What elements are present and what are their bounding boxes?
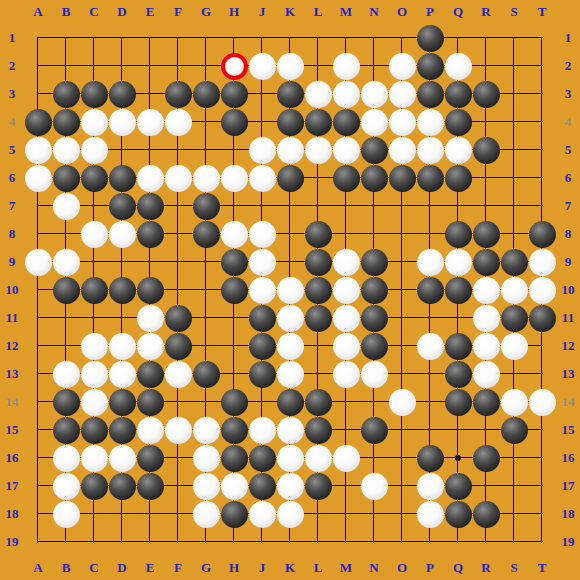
- intersection-O3[interactable]: [388, 80, 416, 108]
- intersection-B10[interactable]: [52, 276, 80, 304]
- intersection-E8[interactable]: [136, 220, 164, 248]
- intersection-K14[interactable]: [276, 388, 304, 416]
- intersection-H1[interactable]: [220, 24, 248, 52]
- intersection-T19[interactable]: [528, 528, 556, 556]
- intersection-S16[interactable]: [500, 444, 528, 472]
- intersection-M19[interactable]: [332, 528, 360, 556]
- intersection-A10[interactable]: [24, 276, 52, 304]
- intersection-M4[interactable]: [332, 108, 360, 136]
- intersection-F2[interactable]: [164, 52, 192, 80]
- intersection-G4[interactable]: [192, 108, 220, 136]
- intersection-G10[interactable]: [192, 276, 220, 304]
- intersection-J5[interactable]: [248, 136, 276, 164]
- intersection-Q12[interactable]: [444, 332, 472, 360]
- intersection-M1[interactable]: [332, 24, 360, 52]
- intersection-D10[interactable]: [108, 276, 136, 304]
- intersection-Q4[interactable]: [444, 108, 472, 136]
- intersection-E1[interactable]: [136, 24, 164, 52]
- intersection-C10[interactable]: [80, 276, 108, 304]
- intersection-P3[interactable]: [416, 80, 444, 108]
- intersection-S15[interactable]: [500, 416, 528, 444]
- intersection-C6[interactable]: [80, 164, 108, 192]
- intersection-H12[interactable]: [220, 332, 248, 360]
- intersection-A2[interactable]: [24, 52, 52, 80]
- intersection-N12[interactable]: [360, 332, 388, 360]
- intersection-S11[interactable]: [500, 304, 528, 332]
- intersection-N9[interactable]: [360, 248, 388, 276]
- intersection-M13[interactable]: [332, 360, 360, 388]
- intersection-T15[interactable]: [528, 416, 556, 444]
- intersection-N1[interactable]: [360, 24, 388, 52]
- intersection-B9[interactable]: [52, 248, 80, 276]
- intersection-L13[interactable]: [304, 360, 332, 388]
- intersection-Q5[interactable]: [444, 136, 472, 164]
- intersection-K9[interactable]: [276, 248, 304, 276]
- intersection-M7[interactable]: [332, 192, 360, 220]
- intersection-N3[interactable]: [360, 80, 388, 108]
- intersection-O1[interactable]: [388, 24, 416, 52]
- intersection-M17[interactable]: [332, 472, 360, 500]
- intersection-F6[interactable]: [164, 164, 192, 192]
- intersection-A13[interactable]: [24, 360, 52, 388]
- intersection-L2[interactable]: [304, 52, 332, 80]
- intersection-H7[interactable]: [220, 192, 248, 220]
- intersection-H4[interactable]: [220, 108, 248, 136]
- intersection-D17[interactable]: [108, 472, 136, 500]
- intersection-K12[interactable]: [276, 332, 304, 360]
- intersection-G5[interactable]: [192, 136, 220, 164]
- intersection-G11[interactable]: [192, 304, 220, 332]
- intersection-L16[interactable]: [304, 444, 332, 472]
- intersection-E17[interactable]: [136, 472, 164, 500]
- intersection-J16[interactable]: [248, 444, 276, 472]
- intersection-O6[interactable]: [388, 164, 416, 192]
- intersection-D14[interactable]: [108, 388, 136, 416]
- intersection-R13[interactable]: [472, 360, 500, 388]
- intersection-T7[interactable]: [528, 192, 556, 220]
- intersection-C15[interactable]: [80, 416, 108, 444]
- intersection-O2[interactable]: [388, 52, 416, 80]
- intersection-L7[interactable]: [304, 192, 332, 220]
- intersection-A11[interactable]: [24, 304, 52, 332]
- intersection-E11[interactable]: [136, 304, 164, 332]
- intersection-R6[interactable]: [472, 164, 500, 192]
- intersection-E16[interactable]: [136, 444, 164, 472]
- intersection-R11[interactable]: [472, 304, 500, 332]
- intersection-K15[interactable]: [276, 416, 304, 444]
- intersection-C12[interactable]: [80, 332, 108, 360]
- intersection-O17[interactable]: [388, 472, 416, 500]
- intersection-L10[interactable]: [304, 276, 332, 304]
- intersection-O18[interactable]: [388, 500, 416, 528]
- intersection-L15[interactable]: [304, 416, 332, 444]
- intersection-G1[interactable]: [192, 24, 220, 52]
- intersection-R17[interactable]: [472, 472, 500, 500]
- intersection-O12[interactable]: [388, 332, 416, 360]
- intersection-R2[interactable]: [472, 52, 500, 80]
- intersection-M9[interactable]: [332, 248, 360, 276]
- intersection-F19[interactable]: [164, 528, 192, 556]
- intersection-K5[interactable]: [276, 136, 304, 164]
- intersection-F7[interactable]: [164, 192, 192, 220]
- intersection-R18[interactable]: [472, 500, 500, 528]
- intersection-Q9[interactable]: [444, 248, 472, 276]
- intersection-F9[interactable]: [164, 248, 192, 276]
- intersection-T12[interactable]: [528, 332, 556, 360]
- intersection-F5[interactable]: [164, 136, 192, 164]
- intersection-G9[interactable]: [192, 248, 220, 276]
- intersection-B2[interactable]: [52, 52, 80, 80]
- intersection-A3[interactable]: [24, 80, 52, 108]
- intersection-L18[interactable]: [304, 500, 332, 528]
- intersection-C5[interactable]: [80, 136, 108, 164]
- intersection-H15[interactable]: [220, 416, 248, 444]
- intersection-K17[interactable]: [276, 472, 304, 500]
- intersection-Q11[interactable]: [444, 304, 472, 332]
- intersection-P11[interactable]: [416, 304, 444, 332]
- intersection-J18[interactable]: [248, 500, 276, 528]
- intersection-B6[interactable]: [52, 164, 80, 192]
- intersection-J11[interactable]: [248, 304, 276, 332]
- intersection-A16[interactable]: [24, 444, 52, 472]
- intersection-B13[interactable]: [52, 360, 80, 388]
- intersection-P4[interactable]: [416, 108, 444, 136]
- intersection-M12[interactable]: [332, 332, 360, 360]
- intersection-M18[interactable]: [332, 500, 360, 528]
- intersection-Q6[interactable]: [444, 164, 472, 192]
- intersection-S19[interactable]: [500, 528, 528, 556]
- intersection-K18[interactable]: [276, 500, 304, 528]
- intersection-F14[interactable]: [164, 388, 192, 416]
- intersection-J2[interactable]: [248, 52, 276, 80]
- intersection-S14[interactable]: [500, 388, 528, 416]
- intersection-P9[interactable]: [416, 248, 444, 276]
- intersection-T10[interactable]: [528, 276, 556, 304]
- intersection-R9[interactable]: [472, 248, 500, 276]
- intersection-H2[interactable]: [220, 52, 248, 80]
- intersection-N15[interactable]: [360, 416, 388, 444]
- intersection-P15[interactable]: [416, 416, 444, 444]
- intersection-G18[interactable]: [192, 500, 220, 528]
- intersection-K16[interactable]: [276, 444, 304, 472]
- intersection-L17[interactable]: [304, 472, 332, 500]
- intersection-L1[interactable]: [304, 24, 332, 52]
- intersection-B18[interactable]: [52, 500, 80, 528]
- intersection-C11[interactable]: [80, 304, 108, 332]
- intersection-H18[interactable]: [220, 500, 248, 528]
- intersection-L8[interactable]: [304, 220, 332, 248]
- intersection-D8[interactable]: [108, 220, 136, 248]
- intersection-B17[interactable]: [52, 472, 80, 500]
- intersection-D4[interactable]: [108, 108, 136, 136]
- intersection-A17[interactable]: [24, 472, 52, 500]
- intersection-L19[interactable]: [304, 528, 332, 556]
- intersection-G6[interactable]: [192, 164, 220, 192]
- intersection-K3[interactable]: [276, 80, 304, 108]
- intersection-E18[interactable]: [136, 500, 164, 528]
- intersection-B14[interactable]: [52, 388, 80, 416]
- intersection-M15[interactable]: [332, 416, 360, 444]
- intersection-F1[interactable]: [164, 24, 192, 52]
- intersection-J12[interactable]: [248, 332, 276, 360]
- intersection-J4[interactable]: [248, 108, 276, 136]
- intersection-T17[interactable]: [528, 472, 556, 500]
- intersection-C9[interactable]: [80, 248, 108, 276]
- intersection-A9[interactable]: [24, 248, 52, 276]
- intersection-P14[interactable]: [416, 388, 444, 416]
- intersection-O7[interactable]: [388, 192, 416, 220]
- intersection-C2[interactable]: [80, 52, 108, 80]
- intersection-R14[interactable]: [472, 388, 500, 416]
- intersection-S18[interactable]: [500, 500, 528, 528]
- intersection-A1[interactable]: [24, 24, 52, 52]
- intersection-P6[interactable]: [416, 164, 444, 192]
- intersection-Q19[interactable]: [444, 528, 472, 556]
- intersection-H11[interactable]: [220, 304, 248, 332]
- intersection-C1[interactable]: [80, 24, 108, 52]
- intersection-E3[interactable]: [136, 80, 164, 108]
- intersection-B15[interactable]: [52, 416, 80, 444]
- intersection-T18[interactable]: [528, 500, 556, 528]
- intersection-E2[interactable]: [136, 52, 164, 80]
- intersection-O5[interactable]: [388, 136, 416, 164]
- intersection-L3[interactable]: [304, 80, 332, 108]
- intersection-C4[interactable]: [80, 108, 108, 136]
- intersection-P5[interactable]: [416, 136, 444, 164]
- intersection-C19[interactable]: [80, 528, 108, 556]
- intersection-N5[interactable]: [360, 136, 388, 164]
- intersection-B3[interactable]: [52, 80, 80, 108]
- intersection-S17[interactable]: [500, 472, 528, 500]
- intersection-S7[interactable]: [500, 192, 528, 220]
- intersection-A14[interactable]: [24, 388, 52, 416]
- intersection-A15[interactable]: [24, 416, 52, 444]
- intersection-T4[interactable]: [528, 108, 556, 136]
- intersection-M14[interactable]: [332, 388, 360, 416]
- intersection-Q8[interactable]: [444, 220, 472, 248]
- intersection-E19[interactable]: [136, 528, 164, 556]
- intersection-R19[interactable]: [472, 528, 500, 556]
- intersection-C7[interactable]: [80, 192, 108, 220]
- intersection-H3[interactable]: [220, 80, 248, 108]
- intersection-T8[interactable]: [528, 220, 556, 248]
- intersection-E5[interactable]: [136, 136, 164, 164]
- intersection-K13[interactable]: [276, 360, 304, 388]
- intersection-O14[interactable]: [388, 388, 416, 416]
- intersection-Q1[interactable]: [444, 24, 472, 52]
- intersection-D1[interactable]: [108, 24, 136, 52]
- intersection-B11[interactable]: [52, 304, 80, 332]
- intersection-B16[interactable]: [52, 444, 80, 472]
- intersection-K8[interactable]: [276, 220, 304, 248]
- intersection-G14[interactable]: [192, 388, 220, 416]
- intersection-Q13[interactable]: [444, 360, 472, 388]
- intersection-S5[interactable]: [500, 136, 528, 164]
- intersection-M5[interactable]: [332, 136, 360, 164]
- intersection-N18[interactable]: [360, 500, 388, 528]
- intersection-M2[interactable]: [332, 52, 360, 80]
- intersection-Q18[interactable]: [444, 500, 472, 528]
- intersection-R4[interactable]: [472, 108, 500, 136]
- intersection-N17[interactable]: [360, 472, 388, 500]
- intersection-R5[interactable]: [472, 136, 500, 164]
- intersection-O4[interactable]: [388, 108, 416, 136]
- intersection-P18[interactable]: [416, 500, 444, 528]
- intersection-E4[interactable]: [136, 108, 164, 136]
- intersection-R15[interactable]: [472, 416, 500, 444]
- intersection-O9[interactable]: [388, 248, 416, 276]
- intersection-G19[interactable]: [192, 528, 220, 556]
- intersection-F12[interactable]: [164, 332, 192, 360]
- intersection-L6[interactable]: [304, 164, 332, 192]
- intersection-D16[interactable]: [108, 444, 136, 472]
- intersection-J8[interactable]: [248, 220, 276, 248]
- intersection-H14[interactable]: [220, 388, 248, 416]
- intersection-B8[interactable]: [52, 220, 80, 248]
- intersection-C18[interactable]: [80, 500, 108, 528]
- intersection-J19[interactable]: [248, 528, 276, 556]
- intersection-D15[interactable]: [108, 416, 136, 444]
- intersection-G13[interactable]: [192, 360, 220, 388]
- intersection-R12[interactable]: [472, 332, 500, 360]
- intersection-T14[interactable]: [528, 388, 556, 416]
- intersection-N16[interactable]: [360, 444, 388, 472]
- intersection-C14[interactable]: [80, 388, 108, 416]
- intersection-M10[interactable]: [332, 276, 360, 304]
- intersection-N8[interactable]: [360, 220, 388, 248]
- intersection-E6[interactable]: [136, 164, 164, 192]
- intersection-T6[interactable]: [528, 164, 556, 192]
- intersection-R1[interactable]: [472, 24, 500, 52]
- intersection-J6[interactable]: [248, 164, 276, 192]
- intersection-J15[interactable]: [248, 416, 276, 444]
- intersection-H9[interactable]: [220, 248, 248, 276]
- intersection-F8[interactable]: [164, 220, 192, 248]
- intersection-L14[interactable]: [304, 388, 332, 416]
- intersection-E14[interactable]: [136, 388, 164, 416]
- intersection-T11[interactable]: [528, 304, 556, 332]
- intersection-A7[interactable]: [24, 192, 52, 220]
- intersection-S12[interactable]: [500, 332, 528, 360]
- intersection-D6[interactable]: [108, 164, 136, 192]
- intersection-F15[interactable]: [164, 416, 192, 444]
- intersection-N19[interactable]: [360, 528, 388, 556]
- intersection-J1[interactable]: [248, 24, 276, 52]
- intersection-D9[interactable]: [108, 248, 136, 276]
- intersection-M8[interactable]: [332, 220, 360, 248]
- intersection-G12[interactable]: [192, 332, 220, 360]
- intersection-D18[interactable]: [108, 500, 136, 528]
- intersection-F11[interactable]: [164, 304, 192, 332]
- intersection-G15[interactable]: [192, 416, 220, 444]
- intersection-P12[interactable]: [416, 332, 444, 360]
- intersection-A18[interactable]: [24, 500, 52, 528]
- intersection-H5[interactable]: [220, 136, 248, 164]
- intersection-G16[interactable]: [192, 444, 220, 472]
- intersection-J13[interactable]: [248, 360, 276, 388]
- intersection-A5[interactable]: [24, 136, 52, 164]
- intersection-H16[interactable]: [220, 444, 248, 472]
- intersection-F17[interactable]: [164, 472, 192, 500]
- intersection-A12[interactable]: [24, 332, 52, 360]
- intersection-Q7[interactable]: [444, 192, 472, 220]
- intersection-A4[interactable]: [24, 108, 52, 136]
- intersection-C8[interactable]: [80, 220, 108, 248]
- intersection-H8[interactable]: [220, 220, 248, 248]
- intersection-D12[interactable]: [108, 332, 136, 360]
- intersection-K10[interactable]: [276, 276, 304, 304]
- intersection-P10[interactable]: [416, 276, 444, 304]
- intersection-E15[interactable]: [136, 416, 164, 444]
- intersection-P7[interactable]: [416, 192, 444, 220]
- intersection-Q17[interactable]: [444, 472, 472, 500]
- intersection-N2[interactable]: [360, 52, 388, 80]
- intersection-E10[interactable]: [136, 276, 164, 304]
- intersection-L5[interactable]: [304, 136, 332, 164]
- intersection-P1[interactable]: [416, 24, 444, 52]
- intersection-T1[interactable]: [528, 24, 556, 52]
- intersection-B4[interactable]: [52, 108, 80, 136]
- intersection-N7[interactable]: [360, 192, 388, 220]
- intersection-D7[interactable]: [108, 192, 136, 220]
- intersection-T5[interactable]: [528, 136, 556, 164]
- intersection-E7[interactable]: [136, 192, 164, 220]
- intersection-O19[interactable]: [388, 528, 416, 556]
- intersection-T9[interactable]: [528, 248, 556, 276]
- intersection-S8[interactable]: [500, 220, 528, 248]
- intersection-T13[interactable]: [528, 360, 556, 388]
- intersection-K4[interactable]: [276, 108, 304, 136]
- intersection-J7[interactable]: [248, 192, 276, 220]
- intersection-J17[interactable]: [248, 472, 276, 500]
- intersection-E12[interactable]: [136, 332, 164, 360]
- intersection-T3[interactable]: [528, 80, 556, 108]
- intersection-Q10[interactable]: [444, 276, 472, 304]
- intersection-D13[interactable]: [108, 360, 136, 388]
- intersection-S1[interactable]: [500, 24, 528, 52]
- intersection-R10[interactable]: [472, 276, 500, 304]
- intersection-G3[interactable]: [192, 80, 220, 108]
- intersection-D19[interactable]: [108, 528, 136, 556]
- intersection-L11[interactable]: [304, 304, 332, 332]
- intersection-S10[interactable]: [500, 276, 528, 304]
- intersection-S2[interactable]: [500, 52, 528, 80]
- intersection-F10[interactable]: [164, 276, 192, 304]
- intersection-G2[interactable]: [192, 52, 220, 80]
- intersection-C17[interactable]: [80, 472, 108, 500]
- intersection-S6[interactable]: [500, 164, 528, 192]
- intersection-D5[interactable]: [108, 136, 136, 164]
- intersection-M16[interactable]: [332, 444, 360, 472]
- intersection-P16[interactable]: [416, 444, 444, 472]
- intersection-N10[interactable]: [360, 276, 388, 304]
- intersection-F16[interactable]: [164, 444, 192, 472]
- intersection-Q15[interactable]: [444, 416, 472, 444]
- intersection-P17[interactable]: [416, 472, 444, 500]
- intersection-K2[interactable]: [276, 52, 304, 80]
- intersection-C13[interactable]: [80, 360, 108, 388]
- intersection-B12[interactable]: [52, 332, 80, 360]
- intersection-A8[interactable]: [24, 220, 52, 248]
- intersection-R8[interactable]: [472, 220, 500, 248]
- intersection-O16[interactable]: [388, 444, 416, 472]
- intersection-C16[interactable]: [80, 444, 108, 472]
- intersection-A6[interactable]: [24, 164, 52, 192]
- intersection-Q14[interactable]: [444, 388, 472, 416]
- intersection-O13[interactable]: [388, 360, 416, 388]
- intersection-T2[interactable]: [528, 52, 556, 80]
- intersection-B1[interactable]: [52, 24, 80, 52]
